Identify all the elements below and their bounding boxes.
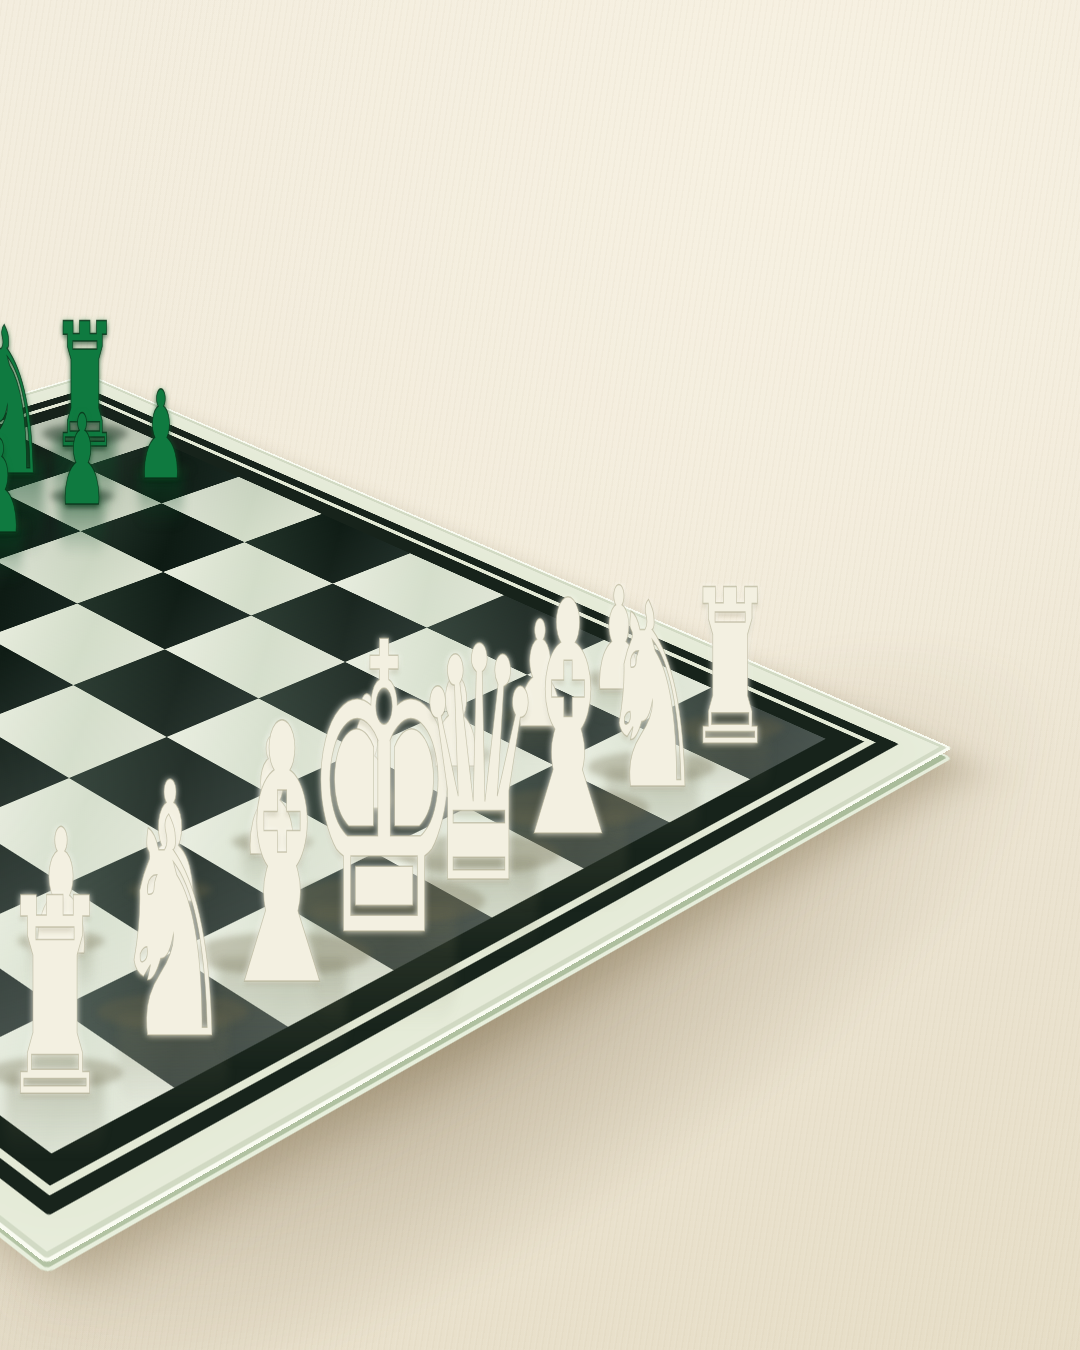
chess-piece-glyph: ♟ [57, 399, 108, 524]
white-rook-a1: ♜ [634, 562, 826, 777]
photo-canvas: { "game": "chess", "scene": { "descripti… [0, 0, 1080, 1350]
chess-piece-glyph: ♟ [0, 424, 25, 553]
table-surface: ♜♞♝♟♟♟♟♟♟♟♟♟♟♟♜♞♝♚♛♝♞♜ [0, 0, 1080, 1350]
chess-piece-glyph: ♟ [136, 375, 185, 497]
chess-piece-glyph: ♜ [687, 562, 774, 777]
pieces-layer: ♜♞♝♟♟♟♟♟♟♟♟♟♟♟♜♞♝♚♛♝♞♜ [0, 0, 1080, 1350]
green-pawn-c7: ♟ [0, 424, 57, 553]
